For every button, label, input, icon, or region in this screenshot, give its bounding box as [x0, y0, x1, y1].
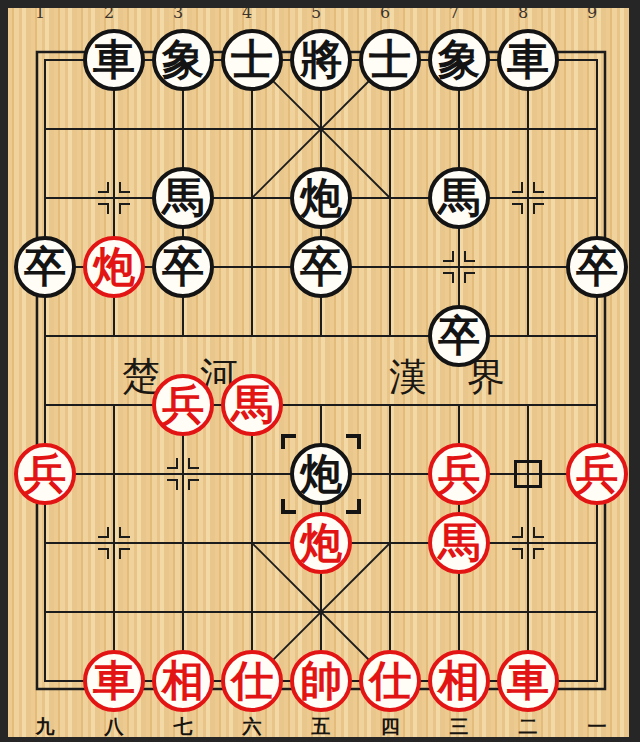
piece-black-chariot[interactable]: 車: [497, 29, 559, 91]
piece-black-soldier[interactable]: 卒: [566, 236, 628, 298]
piece-red-elephant[interactable]: 相: [152, 650, 214, 712]
file-label-bottom-1: 九: [36, 717, 55, 736]
file-label-top-1: 1: [35, 5, 45, 21]
piece-red-soldier[interactable]: 兵: [152, 374, 214, 436]
piece-black-advisor[interactable]: 士: [359, 29, 421, 91]
file-label-top-8: 8: [518, 5, 528, 21]
file-label-bottom-4: 六: [243, 717, 262, 736]
file-label-bottom-5: 五: [312, 717, 331, 736]
file-label-bottom-3: 七: [174, 717, 193, 736]
piece-red-soldier[interactable]: 兵: [428, 443, 490, 505]
piece-red-cannon[interactable]: 炮: [290, 512, 352, 574]
file-label-top-4: 4: [242, 5, 252, 21]
piece-red-advisor[interactable]: 仕: [221, 650, 283, 712]
file-label-top-5: 5: [311, 5, 321, 21]
piece-black-horse[interactable]: 馬: [152, 167, 214, 229]
file-label-top-9: 9: [587, 5, 597, 21]
file-label-bottom-6: 四: [381, 717, 400, 736]
file-label-bottom-8: 二: [519, 717, 538, 736]
piece-black-advisor[interactable]: 士: [221, 29, 283, 91]
piece-red-soldier[interactable]: 兵: [566, 443, 628, 505]
file-label-top-7: 7: [449, 5, 459, 21]
piece-black-soldier[interactable]: 卒: [428, 305, 490, 367]
xiangqi-board[interactable]: 123456789 九八七六五四三二一 楚河 漢界 車象士將士象車馬炮馬卒卒卒卒…: [0, 0, 640, 742]
piece-black-cannon[interactable]: 炮: [290, 443, 352, 505]
piece-black-elephant[interactable]: 象: [152, 29, 214, 91]
piece-black-soldier[interactable]: 卒: [290, 236, 352, 298]
piece-black-chariot[interactable]: 車: [83, 29, 145, 91]
piece-black-soldier[interactable]: 卒: [152, 236, 214, 298]
piece-red-advisor[interactable]: 仕: [359, 650, 421, 712]
piece-black-soldier[interactable]: 卒: [14, 236, 76, 298]
file-label-bottom-7: 三: [450, 717, 469, 736]
piece-black-general[interactable]: 將: [290, 29, 352, 91]
file-label-top-2: 2: [104, 5, 114, 21]
piece-black-horse[interactable]: 馬: [428, 167, 490, 229]
piece-red-elephant[interactable]: 相: [428, 650, 490, 712]
file-label-bottom-2: 八: [105, 717, 124, 736]
piece-black-cannon[interactable]: 炮: [290, 167, 352, 229]
last-move-from-marker: [514, 460, 542, 488]
piece-red-horse[interactable]: 馬: [428, 512, 490, 574]
piece-black-elephant[interactable]: 象: [428, 29, 490, 91]
file-label-bottom-9: 一: [588, 717, 607, 736]
piece-red-horse[interactable]: 馬: [221, 374, 283, 436]
piece-red-chariot[interactable]: 車: [497, 650, 559, 712]
piece-red-soldier[interactable]: 兵: [14, 443, 76, 505]
piece-red-general[interactable]: 帥: [290, 650, 352, 712]
piece-red-cannon[interactable]: 炮: [83, 236, 145, 298]
file-label-top-3: 3: [173, 5, 183, 21]
piece-red-chariot[interactable]: 車: [83, 650, 145, 712]
file-label-top-6: 6: [380, 5, 390, 21]
